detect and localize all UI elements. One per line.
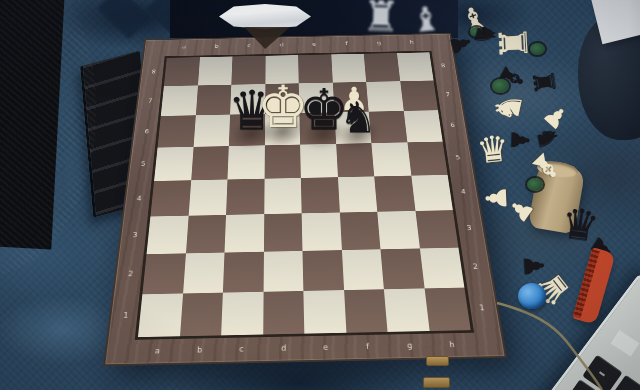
loose-piece-black: ♟ xyxy=(508,129,533,151)
square-a7[interactable] xyxy=(161,85,198,116)
square-g2[interactable] xyxy=(380,248,424,289)
board-hinge xyxy=(426,356,449,366)
square-f4[interactable] xyxy=(338,176,378,212)
square-d2[interactable] xyxy=(263,251,303,292)
square-d1[interactable] xyxy=(263,291,305,335)
square-g3[interactable] xyxy=(377,211,419,249)
square-h4[interactable] xyxy=(411,175,453,211)
square-c1[interactable] xyxy=(221,292,263,336)
square-c5[interactable] xyxy=(227,145,264,179)
file-labels-bottom: abcdefgh xyxy=(136,341,473,355)
file-labels-top: abcdefgh xyxy=(168,40,429,50)
square-e3[interactable] xyxy=(302,213,342,251)
square-h5[interactable] xyxy=(407,142,448,176)
square-b5[interactable] xyxy=(191,146,229,180)
piece-black-knight-f6[interactable]: ♞ xyxy=(339,97,377,139)
square-h1[interactable] xyxy=(424,288,471,331)
square-f3[interactable] xyxy=(339,212,380,250)
square-a8[interactable] xyxy=(164,57,200,86)
square-h6[interactable] xyxy=(403,110,442,142)
square-g8[interactable] xyxy=(364,53,400,82)
square-g1[interactable] xyxy=(384,288,429,331)
square-g5[interactable] xyxy=(371,142,411,176)
square-e1[interactable] xyxy=(303,290,346,334)
square-d5[interactable] xyxy=(264,145,301,179)
square-b1[interactable] xyxy=(180,293,223,337)
square-f1[interactable] xyxy=(344,289,388,333)
square-b3[interactable] xyxy=(186,215,227,253)
loose-piece-white: ♜ xyxy=(494,25,534,61)
square-c4[interactable] xyxy=(226,179,264,215)
bottle-cap xyxy=(518,283,546,309)
board-hinge xyxy=(423,377,450,388)
square-a6[interactable] xyxy=(158,115,196,147)
square-b6[interactable] xyxy=(193,115,230,147)
square-g4[interactable] xyxy=(374,176,415,212)
square-a5[interactable] xyxy=(154,147,193,181)
square-h7[interactable] xyxy=(400,80,438,110)
square-d4[interactable] xyxy=(264,178,302,214)
square-f2[interactable] xyxy=(341,249,383,290)
square-b7[interactable] xyxy=(195,85,231,116)
square-e4[interactable] xyxy=(301,177,340,213)
square-e2[interactable] xyxy=(302,250,343,291)
webcam-frame: ♜♝ abcdefgh abcdefgh 87654321 87654321 ♟… xyxy=(0,0,640,390)
square-d3[interactable] xyxy=(263,213,302,251)
square-a4[interactable] xyxy=(150,180,190,216)
laptop-sticker xyxy=(611,330,640,356)
square-h3[interactable] xyxy=(415,210,458,248)
square-h2[interactable] xyxy=(419,248,464,289)
loose-piece-black: ♜ xyxy=(529,68,560,97)
square-b2[interactable] xyxy=(183,253,225,294)
square-a1[interactable] xyxy=(138,293,183,337)
square-c2[interactable] xyxy=(223,252,264,293)
square-b4[interactable] xyxy=(188,179,227,215)
felt-base xyxy=(527,178,543,191)
square-a2[interactable] xyxy=(142,253,185,294)
felt-base xyxy=(530,43,545,55)
square-c3[interactable] xyxy=(224,214,263,252)
square-h8[interactable] xyxy=(397,52,434,81)
paper-boat xyxy=(219,4,311,29)
square-a3[interactable] xyxy=(147,216,189,254)
